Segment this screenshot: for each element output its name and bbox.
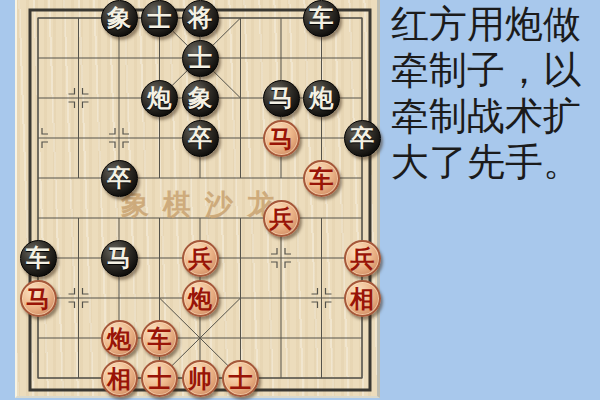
piece-red-cannon[interactable]: 炮 <box>101 320 138 357</box>
piece-red-chariot[interactable]: 车 <box>141 320 178 357</box>
move-annotation-text: 红方用炮做牵制子，以牵制战术扩大了先手。 <box>391 1 593 185</box>
piece-red-horse[interactable]: 马 <box>263 120 300 157</box>
piece-red-soldier[interactable]: 兵 <box>263 200 300 237</box>
piece-red-cannon[interactable]: 炮 <box>182 280 219 317</box>
piece-black-elephant[interactable]: 象 <box>101 0 138 37</box>
xiangqi-board[interactable]: 象棋沙龙 象士将车士炮象马炮卒马卒卒车兵车马兵兵马炮相炮车相士帅士 <box>15 0 380 398</box>
piece-red-soldier[interactable]: 兵 <box>344 240 381 277</box>
piece-red-general[interactable]: 帅 <box>182 360 219 397</box>
piece-red-horse[interactable]: 马 <box>20 280 57 317</box>
piece-red-advisor[interactable]: 士 <box>222 360 259 397</box>
piece-black-soldier[interactable]: 卒 <box>101 160 138 197</box>
piece-black-cannon[interactable]: 炮 <box>141 80 178 117</box>
piece-black-advisor[interactable]: 士 <box>182 40 219 77</box>
piece-red-chariot[interactable]: 车 <box>303 160 340 197</box>
piece-black-horse[interactable]: 马 <box>263 80 300 117</box>
piece-red-elephant[interactable]: 相 <box>101 360 138 397</box>
piece-black-soldier[interactable]: 卒 <box>182 120 219 157</box>
piece-black-cannon[interactable]: 炮 <box>303 80 340 117</box>
piece-black-chariot[interactable]: 车 <box>303 0 340 37</box>
piece-black-general[interactable]: 将 <box>182 0 219 37</box>
piece-black-elephant[interactable]: 象 <box>182 80 219 117</box>
piece-red-elephant[interactable]: 相 <box>344 280 381 317</box>
piece-black-soldier[interactable]: 卒 <box>344 120 381 157</box>
screen: 象棋沙龙 象士将车士炮象马炮卒马卒卒车兵车马兵兵马炮相炮车相士帅士 红方用炮做牵… <box>0 0 600 400</box>
piece-red-soldier[interactable]: 兵 <box>182 240 219 277</box>
piece-black-horse[interactable]: 马 <box>101 240 138 277</box>
piece-black-chariot[interactable]: 车 <box>20 240 57 277</box>
piece-red-advisor[interactable]: 士 <box>141 360 178 397</box>
piece-black-advisor[interactable]: 士 <box>141 0 178 37</box>
